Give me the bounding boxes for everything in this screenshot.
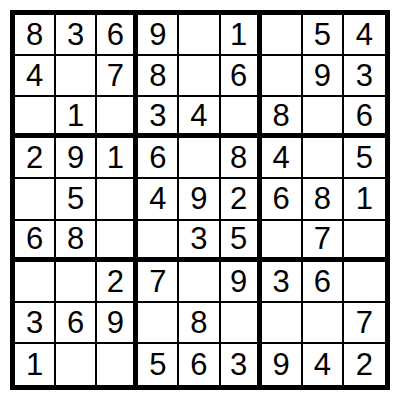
given-digit: 5 (149, 349, 166, 380)
cell-r3c9[interactable]: 6 (344, 97, 385, 138)
cell-r6c4[interactable] (138, 221, 179, 262)
cell-r3c6[interactable] (221, 97, 262, 138)
cell-r6c9[interactable] (344, 221, 385, 262)
cell-r4c4[interactable]: 6 (138, 138, 179, 179)
given-digit: 9 (190, 183, 207, 214)
cell-r5c1[interactable] (15, 179, 56, 220)
cell-r1c9[interactable]: 4 (344, 15, 385, 56)
given-digit: 8 (26, 19, 43, 50)
cell-r4c7[interactable]: 4 (262, 138, 303, 179)
cell-r8c9[interactable]: 7 (344, 303, 385, 344)
cell-r5c4[interactable]: 4 (138, 179, 179, 220)
given-digit: 6 (107, 19, 124, 50)
cell-r5c3[interactable] (97, 179, 138, 220)
cell-r1c7[interactable] (262, 15, 303, 56)
cell-r7c5[interactable] (179, 262, 220, 303)
cell-r7c4[interactable]: 7 (138, 262, 179, 303)
cell-r7c1[interactable] (15, 262, 56, 303)
cell-r4c2[interactable]: 9 (56, 138, 97, 179)
cell-r4c9[interactable]: 5 (344, 138, 385, 179)
given-digit: 8 (273, 100, 290, 131)
given-digit: 6 (356, 100, 373, 131)
given-digit: 6 (190, 349, 207, 380)
cell-r3c1[interactable] (15, 97, 56, 138)
cell-r6c7[interactable] (262, 221, 303, 262)
given-digit: 7 (107, 60, 124, 91)
given-digit: 1 (356, 183, 373, 214)
cell-r4c5[interactable] (179, 138, 220, 179)
cell-r8c5[interactable]: 8 (179, 303, 220, 344)
given-digit: 1 (67, 100, 84, 131)
cell-r9c7[interactable]: 9 (262, 344, 303, 385)
cell-r5c2[interactable]: 5 (56, 179, 97, 220)
given-digit: 2 (26, 142, 43, 173)
given-digit: 6 (26, 223, 43, 254)
cell-r6c2[interactable]: 8 (56, 221, 97, 262)
given-digit: 9 (273, 349, 290, 380)
cell-r7c2[interactable] (56, 262, 97, 303)
given-digit: 3 (67, 19, 84, 50)
cell-r9c3[interactable] (97, 344, 138, 385)
given-digit: 4 (190, 100, 207, 131)
given-digit: 6 (273, 183, 290, 214)
cell-r6c3[interactable] (97, 221, 138, 262)
cell-r2c7[interactable] (262, 56, 303, 97)
cell-r1c5[interactable] (179, 15, 220, 56)
cell-r3c7[interactable]: 8 (262, 97, 303, 138)
cell-r3c5[interactable]: 4 (179, 97, 220, 138)
cell-r2c3[interactable]: 7 (97, 56, 138, 97)
cell-r7c8[interactable]: 6 (303, 262, 344, 303)
cell-r2c6[interactable]: 6 (221, 56, 262, 97)
given-digit: 5 (230, 223, 247, 254)
given-digit: 3 (356, 60, 373, 91)
cell-r7c9[interactable] (344, 262, 385, 303)
cell-r2c1[interactable]: 4 (15, 56, 56, 97)
given-digit: 1 (107, 142, 124, 173)
cell-r3c2[interactable]: 1 (56, 97, 97, 138)
given-digit: 3 (230, 349, 247, 380)
given-digit: 3 (149, 100, 166, 131)
cell-r5c7[interactable]: 6 (262, 179, 303, 220)
cell-r8c2[interactable]: 6 (56, 303, 97, 344)
given-digit: 2 (230, 183, 247, 214)
cell-r8c1[interactable]: 3 (15, 303, 56, 344)
cell-r9c9[interactable]: 2 (344, 344, 385, 385)
page: 8369154478693134862916845549268168357279… (0, 0, 400, 400)
given-digit: 9 (107, 307, 124, 338)
cell-r6c5[interactable]: 3 (179, 221, 220, 262)
cell-r5c8[interactable]: 8 (303, 179, 344, 220)
cell-r2c4[interactable]: 8 (138, 56, 179, 97)
cell-r2c8[interactable]: 9 (303, 56, 344, 97)
cell-r8c7[interactable] (262, 303, 303, 344)
given-digit: 3 (26, 307, 43, 338)
cell-r4c1[interactable]: 2 (15, 138, 56, 179)
cell-r9c5[interactable]: 6 (179, 344, 220, 385)
given-digit: 4 (273, 142, 290, 173)
given-digit: 5 (67, 183, 84, 214)
cell-r1c3[interactable]: 6 (97, 15, 138, 56)
given-digit: 9 (230, 266, 247, 297)
given-digit: 1 (230, 19, 247, 50)
given-digit: 7 (356, 307, 373, 338)
cell-r1c2[interactable]: 3 (56, 15, 97, 56)
cell-r7c7[interactable]: 3 (262, 262, 303, 303)
given-digit: 5 (314, 19, 331, 50)
given-digit: 9 (314, 60, 331, 91)
given-digit: 4 (149, 183, 166, 214)
cell-r7c6[interactable]: 9 (221, 262, 262, 303)
cell-r9c4[interactable]: 5 (138, 344, 179, 385)
given-digit: 7 (149, 266, 166, 297)
given-digit: 4 (314, 349, 331, 380)
cell-r1c1[interactable]: 8 (15, 15, 56, 56)
cell-r5c5[interactable]: 9 (179, 179, 220, 220)
given-digit: 6 (314, 266, 331, 297)
cell-r9c8[interactable]: 4 (303, 344, 344, 385)
cell-r8c3[interactable]: 9 (97, 303, 138, 344)
cell-r2c9[interactable]: 3 (344, 56, 385, 97)
given-digit: 8 (230, 142, 247, 173)
cell-r8c4[interactable] (138, 303, 179, 344)
cell-r2c2[interactable] (56, 56, 97, 97)
cell-r6c8[interactable]: 7 (303, 221, 344, 262)
given-digit: 6 (67, 307, 84, 338)
given-digit: 3 (273, 266, 290, 297)
cell-r9c2[interactable] (56, 344, 97, 385)
given-digit: 8 (190, 307, 207, 338)
given-digit: 6 (149, 142, 166, 173)
given-digit: 4 (356, 19, 373, 50)
given-digit: 9 (149, 19, 166, 50)
cell-r1c6[interactable]: 1 (221, 15, 262, 56)
given-digit: 8 (149, 60, 166, 91)
cell-r4c3[interactable]: 1 (97, 138, 138, 179)
cell-r9c1[interactable]: 1 (15, 344, 56, 385)
given-digit: 9 (67, 142, 84, 173)
given-digit: 3 (190, 223, 207, 254)
given-digit: 2 (107, 266, 124, 297)
given-digit: 2 (356, 349, 373, 380)
cell-r3c3[interactable] (97, 97, 138, 138)
cell-r8c6[interactable] (221, 303, 262, 344)
cell-r5c9[interactable]: 1 (344, 179, 385, 220)
cell-r6c6[interactable]: 5 (221, 221, 262, 262)
cell-r2c5[interactable] (179, 56, 220, 97)
cell-r3c4[interactable]: 3 (138, 97, 179, 138)
cell-r4c6[interactable]: 8 (221, 138, 262, 179)
cell-r6c1[interactable]: 6 (15, 221, 56, 262)
given-digit: 7 (314, 223, 331, 254)
given-digit: 6 (230, 60, 247, 91)
given-digit: 1 (26, 349, 43, 380)
given-digit: 8 (314, 183, 331, 214)
cell-r3c8[interactable] (303, 97, 344, 138)
cell-r1c8[interactable]: 5 (303, 15, 344, 56)
cell-r1c4[interactable]: 9 (138, 15, 179, 56)
cell-r9c6[interactable]: 3 (221, 344, 262, 385)
cell-r8c8[interactable] (303, 303, 344, 344)
given-digit: 5 (356, 142, 373, 173)
sudoku-board: 8369154478693134862916845549268168357279… (10, 10, 390, 390)
given-digit: 4 (26, 60, 43, 91)
cell-r5c6[interactable]: 2 (221, 179, 262, 220)
given-digit: 8 (67, 223, 84, 254)
cell-r4c8[interactable] (303, 138, 344, 179)
cell-r7c3[interactable]: 2 (97, 262, 138, 303)
